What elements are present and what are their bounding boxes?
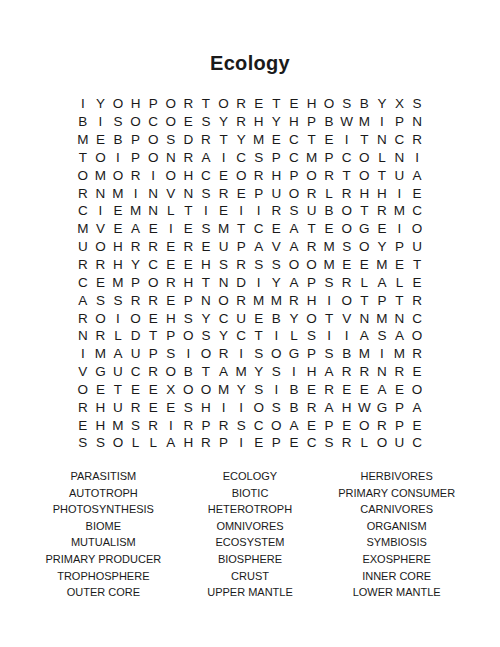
grid-cell-r20c3[interactable]: O: [109, 434, 127, 452]
grid-cell-r1c10[interactable]: R: [232, 95, 250, 113]
grid-cell-r11c18[interactable]: A: [373, 273, 391, 291]
grid-cell-r9c19[interactable]: P: [391, 238, 409, 256]
grid-cell-r13c15[interactable]: T: [320, 309, 338, 327]
grid-cell-r4c20[interactable]: I: [408, 149, 426, 167]
grid-cell-r3c8[interactable]: R: [197, 131, 215, 149]
grid-cell-r16c17[interactable]: R: [356, 363, 374, 381]
grid-cell-r17c14[interactable]: E: [303, 381, 321, 399]
grid-cell-r10c18[interactable]: M: [373, 256, 391, 274]
grid-cell-r15c12[interactable]: O: [268, 345, 286, 363]
grid-cell-r9c8[interactable]: E: [197, 238, 215, 256]
grid-cell-r15c6[interactable]: S: [162, 345, 180, 363]
grid-cell-r16c15[interactable]: A: [320, 363, 338, 381]
grid-cell-r8c10[interactable]: T: [232, 220, 250, 238]
grid-cell-r5c14[interactable]: O: [303, 166, 321, 184]
grid-cell-r13c6[interactable]: H: [162, 309, 180, 327]
grid-cell-r10c16[interactable]: E: [338, 256, 356, 274]
grid-cell-r20c10[interactable]: I: [232, 434, 250, 452]
grid-cell-r6c17[interactable]: H: [356, 184, 374, 202]
grid-cell-r17c6[interactable]: X: [162, 381, 180, 399]
grid-cell-r18c10[interactable]: I: [232, 398, 250, 416]
grid-cell-r16c16[interactable]: R: [338, 363, 356, 381]
grid-cell-r14c12[interactable]: I: [268, 327, 286, 345]
grid-cell-r20c2[interactable]: S: [92, 434, 110, 452]
grid-cell-r8c3[interactable]: E: [109, 220, 127, 238]
grid-cell-r9c14[interactable]: R: [303, 238, 321, 256]
grid-cell-r12c16[interactable]: O: [338, 291, 356, 309]
grid-cell-r8c4[interactable]: A: [127, 220, 145, 238]
grid-cell-r3c12[interactable]: E: [268, 131, 286, 149]
grid-cell-r7c15[interactable]: B: [320, 202, 338, 220]
grid-cell-r11c13[interactable]: A: [285, 273, 303, 291]
grid-cell-r15c1[interactable]: I: [74, 345, 92, 363]
grid-cell-r4c17[interactable]: O: [356, 149, 374, 167]
grid-cell-r1c13[interactable]: E: [285, 95, 303, 113]
grid-cell-r4c10[interactable]: C: [232, 149, 250, 167]
grid-cell-r18c16[interactable]: H: [338, 398, 356, 416]
grid-cell-r13c11[interactable]: E: [250, 309, 268, 327]
grid-cell-r8c15[interactable]: E: [320, 220, 338, 238]
grid-cell-r9c5[interactable]: R: [144, 238, 162, 256]
grid-cell-r13c12[interactable]: B: [268, 309, 286, 327]
grid-cell-r17c20[interactable]: O: [408, 381, 426, 399]
grid-cell-r16c6[interactable]: O: [162, 363, 180, 381]
grid-cell-r5c11[interactable]: R: [250, 166, 268, 184]
grid-cell-r15c15[interactable]: S: [320, 345, 338, 363]
grid-cell-r11c3[interactable]: M: [109, 273, 127, 291]
grid-cell-r1c18[interactable]: Y: [373, 95, 391, 113]
grid-cell-r18c5[interactable]: E: [144, 398, 162, 416]
grid-cell-r6c13[interactable]: O: [285, 184, 303, 202]
grid-cell-r6c12[interactable]: U: [268, 184, 286, 202]
grid-cell-r18c19[interactable]: P: [391, 398, 409, 416]
grid-cell-r2c2[interactable]: I: [92, 113, 110, 131]
grid-cell-r8c14[interactable]: T: [303, 220, 321, 238]
grid-cell-r1c16[interactable]: S: [338, 95, 356, 113]
grid-cell-r5c15[interactable]: R: [320, 166, 338, 184]
grid-cell-r15c18[interactable]: I: [373, 345, 391, 363]
grid-cell-r14c10[interactable]: C: [232, 327, 250, 345]
grid-cell-r18c13[interactable]: B: [285, 398, 303, 416]
grid-cell-r13c3[interactable]: I: [109, 309, 127, 327]
grid-cell-r3c2[interactable]: E: [92, 131, 110, 149]
grid-cell-r1c5[interactable]: P: [144, 95, 162, 113]
grid-cell-r12c9[interactable]: O: [215, 291, 233, 309]
grid-cell-r8c1[interactable]: M: [74, 220, 92, 238]
grid-cell-r12c1[interactable]: A: [74, 291, 92, 309]
grid-cell-r9c20[interactable]: U: [408, 238, 426, 256]
grid-cell-r19c1[interactable]: E: [74, 416, 92, 434]
grid-cell-r11c12[interactable]: Y: [268, 273, 286, 291]
grid-cell-r12c6[interactable]: E: [162, 291, 180, 309]
grid-cell-r8c16[interactable]: O: [338, 220, 356, 238]
grid-cell-r14c1[interactable]: N: [74, 327, 92, 345]
grid-cell-r3c20[interactable]: R: [408, 131, 426, 149]
grid-cell-r5c17[interactable]: O: [356, 166, 374, 184]
grid-cell-r4c1[interactable]: T: [74, 149, 92, 167]
grid-cell-r4c19[interactable]: N: [391, 149, 409, 167]
grid-cell-r7c13[interactable]: S: [285, 202, 303, 220]
grid-cell-r8c8[interactable]: S: [197, 220, 215, 238]
grid-cell-r3c14[interactable]: T: [303, 131, 321, 149]
grid-cell-r4c3[interactable]: I: [109, 149, 127, 167]
grid-cell-r3c3[interactable]: B: [109, 131, 127, 149]
grid-cell-r2c18[interactable]: I: [373, 113, 391, 131]
grid-cell-r17c17[interactable]: E: [356, 381, 374, 399]
grid-cell-r20c14[interactable]: C: [303, 434, 321, 452]
grid-cell-r2c6[interactable]: O: [162, 113, 180, 131]
grid-cell-r18c7[interactable]: S: [180, 398, 198, 416]
grid-cell-r17c5[interactable]: E: [144, 381, 162, 399]
grid-cell-r13c9[interactable]: C: [215, 309, 233, 327]
grid-cell-r11c6[interactable]: R: [162, 273, 180, 291]
grid-cell-r7c14[interactable]: U: [303, 202, 321, 220]
grid-cell-r8c20[interactable]: O: [408, 220, 426, 238]
grid-cell-r8c9[interactable]: M: [215, 220, 233, 238]
grid-cell-r10c15[interactable]: M: [320, 256, 338, 274]
grid-cell-r12c20[interactable]: R: [408, 291, 426, 309]
grid-cell-r11c20[interactable]: E: [408, 273, 426, 291]
grid-cell-r7c11[interactable]: I: [250, 202, 268, 220]
grid-cell-r1c1[interactable]: I: [74, 95, 92, 113]
grid-cell-r18c2[interactable]: H: [92, 398, 110, 416]
grid-cell-r16c13[interactable]: I: [285, 363, 303, 381]
grid-cell-r7c4[interactable]: M: [127, 202, 145, 220]
grid-cell-r3c13[interactable]: C: [285, 131, 303, 149]
grid-cell-r11c2[interactable]: E: [92, 273, 110, 291]
grid-cell-r13c20[interactable]: C: [408, 309, 426, 327]
grid-cell-r9c10[interactable]: P: [232, 238, 250, 256]
grid-cell-r5c12[interactable]: H: [268, 166, 286, 184]
grid-cell-r19c7[interactable]: R: [180, 416, 198, 434]
grid-cell-r5c10[interactable]: O: [232, 166, 250, 184]
grid-cell-r15c20[interactable]: R: [408, 345, 426, 363]
grid-cell-r13c7[interactable]: S: [180, 309, 198, 327]
grid-cell-r7c3[interactable]: E: [109, 202, 127, 220]
grid-cell-r16c1[interactable]: V: [74, 363, 92, 381]
grid-cell-r1c6[interactable]: O: [162, 95, 180, 113]
grid-cell-r19c13[interactable]: A: [285, 416, 303, 434]
grid-cell-r5c3[interactable]: O: [109, 166, 127, 184]
grid-cell-r3c15[interactable]: E: [320, 131, 338, 149]
grid-cell-r2c13[interactable]: H: [285, 113, 303, 131]
grid-cell-r5c8[interactable]: C: [197, 166, 215, 184]
grid-cell-r18c11[interactable]: O: [250, 398, 268, 416]
grid-cell-r8c18[interactable]: E: [373, 220, 391, 238]
grid-cell-r5c20[interactable]: A: [408, 166, 426, 184]
grid-cell-r19c3[interactable]: M: [109, 416, 127, 434]
grid-cell-r1c8[interactable]: T: [197, 95, 215, 113]
grid-cell-r9c4[interactable]: R: [127, 238, 145, 256]
grid-cell-r3c19[interactable]: C: [391, 131, 409, 149]
grid-cell-r18c4[interactable]: R: [127, 398, 145, 416]
grid-cell-r7c5[interactable]: N: [144, 202, 162, 220]
grid-cell-r6c18[interactable]: H: [373, 184, 391, 202]
grid-cell-r12c14[interactable]: H: [303, 291, 321, 309]
grid-cell-r16c10[interactable]: M: [232, 363, 250, 381]
grid-cell-r17c4[interactable]: E: [127, 381, 145, 399]
grid-cell-r20c4[interactable]: L: [127, 434, 145, 452]
grid-cell-r4c14[interactable]: M: [303, 149, 321, 167]
grid-cell-r3c18[interactable]: N: [373, 131, 391, 149]
grid-cell-r1c20[interactable]: S: [408, 95, 426, 113]
grid-cell-r9c17[interactable]: O: [356, 238, 374, 256]
grid-cell-r14c17[interactable]: A: [356, 327, 374, 345]
grid-cell-r12c19[interactable]: T: [391, 291, 409, 309]
grid-cell-r16c3[interactable]: U: [109, 363, 127, 381]
grid-cell-r10c9[interactable]: S: [215, 256, 233, 274]
grid-cell-r17c11[interactable]: S: [250, 381, 268, 399]
grid-cell-r14c5[interactable]: T: [144, 327, 162, 345]
grid-cell-r15c11[interactable]: S: [250, 345, 268, 363]
grid-cell-r10c17[interactable]: E: [356, 256, 374, 274]
grid-cell-r9c2[interactable]: O: [92, 238, 110, 256]
grid-cell-r17c15[interactable]: R: [320, 381, 338, 399]
grid-cell-r20c1[interactable]: S: [74, 434, 92, 452]
grid-cell-r3c17[interactable]: T: [356, 131, 374, 149]
grid-cell-r17c9[interactable]: M: [215, 381, 233, 399]
grid-cell-r1c19[interactable]: X: [391, 95, 409, 113]
grid-cell-r7c8[interactable]: I: [197, 202, 215, 220]
grid-cell-r17c10[interactable]: Y: [232, 381, 250, 399]
grid-cell-r17c13[interactable]: B: [285, 381, 303, 399]
grid-cell-r3c7[interactable]: D: [180, 131, 198, 149]
grid-cell-r13c8[interactable]: Y: [197, 309, 215, 327]
grid-cell-r13c19[interactable]: N: [391, 309, 409, 327]
grid-cell-r18c3[interactable]: U: [109, 398, 127, 416]
grid-cell-r6c16[interactable]: R: [338, 184, 356, 202]
grid-cell-r19c4[interactable]: S: [127, 416, 145, 434]
grid-cell-r10c19[interactable]: E: [391, 256, 409, 274]
grid-cell-r5c6[interactable]: O: [162, 166, 180, 184]
grid-cell-r19c11[interactable]: C: [250, 416, 268, 434]
grid-cell-r15c14[interactable]: P: [303, 345, 321, 363]
grid-cell-r17c19[interactable]: E: [391, 381, 409, 399]
grid-cell-r6c19[interactable]: I: [391, 184, 409, 202]
grid-cell-r19c17[interactable]: O: [356, 416, 374, 434]
grid-cell-r16c4[interactable]: C: [127, 363, 145, 381]
grid-cell-r2c19[interactable]: P: [391, 113, 409, 131]
grid-cell-r12c13[interactable]: R: [285, 291, 303, 309]
grid-cell-r10c4[interactable]: Y: [127, 256, 145, 274]
grid-cell-r1c11[interactable]: E: [250, 95, 268, 113]
grid-cell-r17c16[interactable]: E: [338, 381, 356, 399]
grid-cell-r8c17[interactable]: G: [356, 220, 374, 238]
grid-cell-r12c11[interactable]: M: [250, 291, 268, 309]
grid-cell-r1c2[interactable]: Y: [92, 95, 110, 113]
grid-cell-r10c1[interactable]: R: [74, 256, 92, 274]
grid-cell-r2c16[interactable]: W: [338, 113, 356, 131]
grid-cell-r12c15[interactable]: I: [320, 291, 338, 309]
grid-cell-r4c2[interactable]: O: [92, 149, 110, 167]
grid-cell-r13c1[interactable]: R: [74, 309, 92, 327]
grid-cell-r1c15[interactable]: O: [320, 95, 338, 113]
grid-cell-r5c16[interactable]: T: [338, 166, 356, 184]
grid-cell-r20c6[interactable]: A: [162, 434, 180, 452]
grid-cell-r9c3[interactable]: H: [109, 238, 127, 256]
grid-cell-r16c18[interactable]: N: [373, 363, 391, 381]
grid-cell-r5c1[interactable]: O: [74, 166, 92, 184]
grid-cell-r20c18[interactable]: O: [373, 434, 391, 452]
grid-cell-r7c20[interactable]: C: [408, 202, 426, 220]
grid-cell-r4c4[interactable]: P: [127, 149, 145, 167]
grid-cell-r17c1[interactable]: O: [74, 381, 92, 399]
grid-cell-r1c9[interactable]: O: [215, 95, 233, 113]
grid-cell-r20c20[interactable]: C: [408, 434, 426, 452]
grid-cell-r6c9[interactable]: R: [215, 184, 233, 202]
grid-cell-r7c1[interactable]: C: [74, 202, 92, 220]
grid-cell-r10c13[interactable]: O: [285, 256, 303, 274]
grid-cell-r10c2[interactable]: R: [92, 256, 110, 274]
grid-cell-r8c11[interactable]: C: [250, 220, 268, 238]
grid-cell-r5c5[interactable]: I: [144, 166, 162, 184]
grid-cell-r18c15[interactable]: A: [320, 398, 338, 416]
grid-cell-r20c13[interactable]: E: [285, 434, 303, 452]
grid-cell-r1c4[interactable]: H: [127, 95, 145, 113]
grid-cell-r14c13[interactable]: L: [285, 327, 303, 345]
grid-cell-r9c12[interactable]: V: [268, 238, 286, 256]
grid-cell-r6c10[interactable]: E: [232, 184, 250, 202]
grid-cell-r3c6[interactable]: S: [162, 131, 180, 149]
grid-cell-r14c6[interactable]: P: [162, 327, 180, 345]
grid-cell-r6c1[interactable]: R: [74, 184, 92, 202]
grid-cell-r2c12[interactable]: Y: [268, 113, 286, 131]
grid-cell-r2c15[interactable]: B: [320, 113, 338, 131]
grid-cell-r15c19[interactable]: M: [391, 345, 409, 363]
grid-cell-r6c4[interactable]: I: [127, 184, 145, 202]
grid-cell-r15c7[interactable]: I: [180, 345, 198, 363]
grid-cell-r16c5[interactable]: R: [144, 363, 162, 381]
grid-cell-r2c8[interactable]: S: [197, 113, 215, 131]
grid-cell-r1c7[interactable]: R: [180, 95, 198, 113]
grid-cell-r1c14[interactable]: H: [303, 95, 321, 113]
grid-cell-r12c7[interactable]: P: [180, 291, 198, 309]
grid-cell-r15c10[interactable]: I: [232, 345, 250, 363]
grid-cell-r20c11[interactable]: E: [250, 434, 268, 452]
grid-cell-r5c18[interactable]: T: [373, 166, 391, 184]
grid-cell-r15c9[interactable]: R: [215, 345, 233, 363]
grid-cell-r3c9[interactable]: T: [215, 131, 233, 149]
grid-cell-r11c15[interactable]: S: [320, 273, 338, 291]
grid-cell-r10c20[interactable]: T: [408, 256, 426, 274]
grid-cell-r4c9[interactable]: I: [215, 149, 233, 167]
grid-cell-r6c11[interactable]: P: [250, 184, 268, 202]
grid-cell-r17c8[interactable]: O: [197, 381, 215, 399]
grid-cell-r12c12[interactable]: M: [268, 291, 286, 309]
grid-cell-r14c18[interactable]: S: [373, 327, 391, 345]
grid-cell-r18c18[interactable]: G: [373, 398, 391, 416]
grid-cell-r3c4[interactable]: P: [127, 131, 145, 149]
grid-cell-r3c11[interactable]: M: [250, 131, 268, 149]
grid-cell-r12c8[interactable]: N: [197, 291, 215, 309]
grid-cell-r9c15[interactable]: M: [320, 238, 338, 256]
grid-cell-r7c19[interactable]: M: [391, 202, 409, 220]
grid-cell-r12c4[interactable]: R: [127, 291, 145, 309]
grid-cell-r8c2[interactable]: V: [92, 220, 110, 238]
grid-cell-r15c17[interactable]: M: [356, 345, 374, 363]
grid-cell-r15c13[interactable]: G: [285, 345, 303, 363]
grid-cell-r19c12[interactable]: O: [268, 416, 286, 434]
grid-cell-r4c15[interactable]: P: [320, 149, 338, 167]
grid-cell-r18c12[interactable]: S: [268, 398, 286, 416]
grid-cell-r18c8[interactable]: H: [197, 398, 215, 416]
grid-cell-r9c6[interactable]: E: [162, 238, 180, 256]
grid-cell-r8c5[interactable]: E: [144, 220, 162, 238]
grid-cell-r11c19[interactable]: L: [391, 273, 409, 291]
grid-cell-r3c16[interactable]: I: [338, 131, 356, 149]
grid-cell-r7c10[interactable]: I: [232, 202, 250, 220]
grid-cell-r6c14[interactable]: R: [303, 184, 321, 202]
grid-cell-r19c10[interactable]: S: [232, 416, 250, 434]
grid-cell-r7c18[interactable]: R: [373, 202, 391, 220]
grid-cell-r20c5[interactable]: L: [144, 434, 162, 452]
grid-cell-r7c6[interactable]: L: [162, 202, 180, 220]
grid-cell-r20c7[interactable]: H: [180, 434, 198, 452]
grid-cell-r2c9[interactable]: Y: [215, 113, 233, 131]
grid-cell-r19c19[interactable]: P: [391, 416, 409, 434]
grid-cell-r4c8[interactable]: A: [197, 149, 215, 167]
grid-cell-r9c1[interactable]: U: [74, 238, 92, 256]
grid-cell-r5c13[interactable]: P: [285, 166, 303, 184]
grid-cell-r12c5[interactable]: R: [144, 291, 162, 309]
grid-cell-r2c4[interactable]: O: [127, 113, 145, 131]
grid-cell-r6c6[interactable]: V: [162, 184, 180, 202]
grid-cell-r19c5[interactable]: R: [144, 416, 162, 434]
grid-cell-r7c9[interactable]: E: [215, 202, 233, 220]
grid-cell-r13c17[interactable]: N: [356, 309, 374, 327]
grid-cell-r11c11[interactable]: I: [250, 273, 268, 291]
grid-cell-r14c7[interactable]: O: [180, 327, 198, 345]
grid-cell-r9c16[interactable]: S: [338, 238, 356, 256]
grid-cell-r10c8[interactable]: H: [197, 256, 215, 274]
grid-cell-r18c20[interactable]: A: [408, 398, 426, 416]
grid-cell-r15c2[interactable]: M: [92, 345, 110, 363]
grid-cell-r11c7[interactable]: H: [180, 273, 198, 291]
grid-cell-r14c4[interactable]: D: [127, 327, 145, 345]
grid-cell-r12c18[interactable]: P: [373, 291, 391, 309]
grid-cell-r11c9[interactable]: N: [215, 273, 233, 291]
grid-cell-r13c2[interactable]: O: [92, 309, 110, 327]
grid-cell-r9c13[interactable]: A: [285, 238, 303, 256]
grid-cell-r7c16[interactable]: O: [338, 202, 356, 220]
grid-cell-r12c3[interactable]: S: [109, 291, 127, 309]
grid-cell-r10c10[interactable]: R: [232, 256, 250, 274]
grid-cell-r9c18[interactable]: Y: [373, 238, 391, 256]
grid-cell-r1c3[interactable]: O: [109, 95, 127, 113]
grid-cell-r19c8[interactable]: P: [197, 416, 215, 434]
grid-cell-r6c5[interactable]: N: [144, 184, 162, 202]
grid-cell-r20c17[interactable]: L: [356, 434, 374, 452]
grid-cell-r4c13[interactable]: C: [285, 149, 303, 167]
grid-cell-r4c16[interactable]: C: [338, 149, 356, 167]
grid-cell-r20c16[interactable]: R: [338, 434, 356, 452]
grid-cell-r5c4[interactable]: R: [127, 166, 145, 184]
grid-cell-r19c9[interactable]: R: [215, 416, 233, 434]
grid-cell-r2c20[interactable]: N: [408, 113, 426, 131]
grid-cell-r6c7[interactable]: N: [180, 184, 198, 202]
grid-cell-r2c7[interactable]: E: [180, 113, 198, 131]
grid-cell-r6c2[interactable]: N: [92, 184, 110, 202]
grid-cell-r18c14[interactable]: R: [303, 398, 321, 416]
grid-cell-r10c12[interactable]: S: [268, 256, 286, 274]
grid-cell-r19c14[interactable]: E: [303, 416, 321, 434]
grid-cell-r20c15[interactable]: S: [320, 434, 338, 452]
grid-cell-r11c8[interactable]: T: [197, 273, 215, 291]
grid-cell-r3c10[interactable]: Y: [232, 131, 250, 149]
grid-cell-r17c7[interactable]: O: [180, 381, 198, 399]
grid-cell-r2c17[interactable]: M: [356, 113, 374, 131]
grid-cell-r8c6[interactable]: I: [162, 220, 180, 238]
